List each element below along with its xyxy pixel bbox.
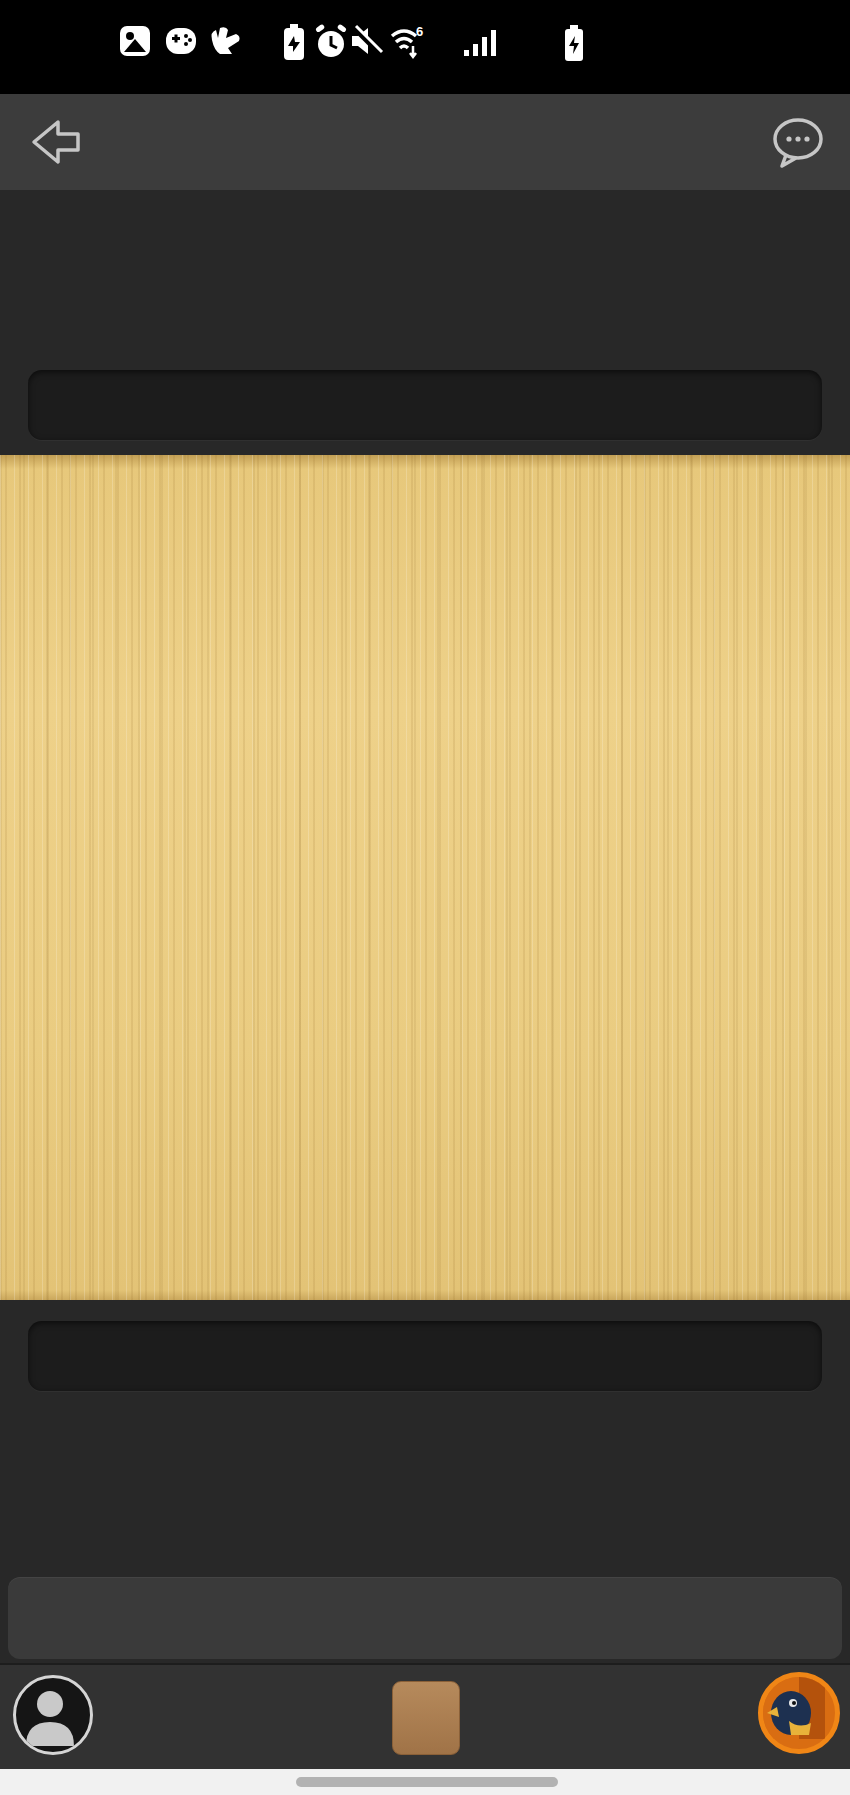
gesture-bar-strip — [0, 1769, 850, 1795]
chat-button[interactable] — [768, 114, 828, 170]
captured-pieces-tray-bottom — [28, 1321, 822, 1391]
signal-icon — [462, 24, 498, 58]
battery-saver-icon — [282, 24, 306, 60]
game-launcher-icon — [164, 24, 198, 58]
left-player-avatar[interactable] — [13, 1675, 93, 1755]
captured-pieces-tray-top — [28, 370, 822, 440]
app-screen: 6 — [0, 0, 850, 1795]
review-button[interactable] — [392, 1681, 460, 1755]
back-button[interactable] — [24, 116, 88, 168]
janggi-board[interactable] — [0, 455, 850, 1300]
status-bar: 6 — [0, 0, 850, 94]
move-nav-bar — [8, 1577, 842, 1659]
alarm-icon — [314, 24, 348, 60]
player-info-bar — [0, 1663, 850, 1769]
gallery-icon — [118, 24, 152, 58]
wifi6-icon: 6 — [388, 24, 428, 60]
header-bar — [0, 94, 850, 190]
home-indicator[interactable] — [296, 1777, 558, 1787]
right-player-avatar[interactable] — [758, 1672, 840, 1754]
mute-icon — [348, 24, 384, 58]
svg-text:6: 6 — [416, 24, 423, 39]
battery-icon — [562, 24, 586, 62]
gesture-icon — [206, 24, 244, 58]
bird-avatar-icon — [763, 1677, 825, 1739]
person-silhouette-icon — [16, 1678, 84, 1746]
